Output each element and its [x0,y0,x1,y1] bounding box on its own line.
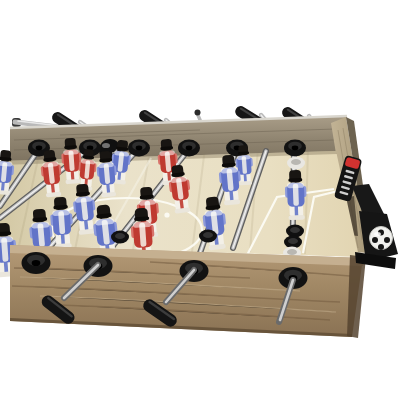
foosball-scene [0,0,400,400]
black-bumper-ring [286,225,304,238]
black-bumper-ring [199,230,217,243]
rod-bushing [284,140,306,157]
rod-bushing [22,252,51,274]
spare-soccer-ball [370,227,393,251]
foosball-table-photo [0,0,400,400]
white-spacer-ring [287,157,305,170]
near-wall [10,245,366,338]
penalty-spot [164,212,169,217]
black-bumper-ring [111,231,129,244]
rod-end-cap [195,110,201,116]
black-bumper-ring [284,236,302,249]
rod-bushing [128,140,150,157]
rod-bushing [178,140,200,157]
